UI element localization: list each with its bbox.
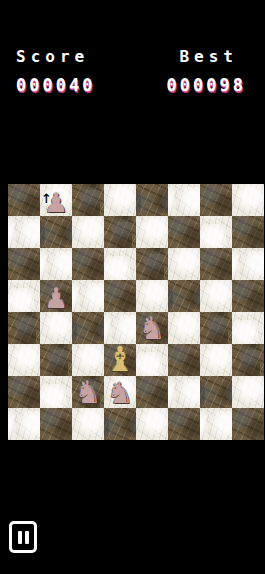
square-f3[interactable] bbox=[168, 344, 200, 376]
square-f6[interactable] bbox=[168, 248, 200, 280]
square-h1[interactable] bbox=[232, 408, 264, 440]
square-g8[interactable] bbox=[200, 184, 232, 216]
square-d5[interactable] bbox=[104, 280, 136, 312]
square-a6[interactable] bbox=[8, 248, 40, 280]
best-label: Best bbox=[179, 47, 238, 66]
square-b2[interactable] bbox=[40, 376, 72, 408]
square-h8[interactable] bbox=[232, 184, 264, 216]
square-h6[interactable] bbox=[232, 248, 264, 280]
board[interactable]: ♟♟♞♝♞♞↑ bbox=[8, 184, 264, 440]
square-e1[interactable] bbox=[136, 408, 168, 440]
square-f5[interactable] bbox=[168, 280, 200, 312]
square-e3[interactable] bbox=[136, 344, 168, 376]
pause-icon bbox=[25, 531, 29, 544]
piece-pink-knight-d2[interactable]: ♞ bbox=[104, 367, 136, 408]
square-c6[interactable] bbox=[72, 248, 104, 280]
square-b4[interactable] bbox=[40, 312, 72, 344]
piece-pink-knight-c2[interactable]: ♞ bbox=[72, 367, 104, 408]
pause-icon bbox=[18, 531, 22, 544]
square-h2[interactable] bbox=[232, 376, 264, 408]
square-g2[interactable] bbox=[200, 376, 232, 408]
square-b7[interactable] bbox=[40, 216, 72, 248]
square-f1[interactable] bbox=[168, 408, 200, 440]
square-e2[interactable] bbox=[136, 376, 168, 408]
square-g5[interactable] bbox=[200, 280, 232, 312]
square-h3[interactable] bbox=[232, 344, 264, 376]
piece-pink-knight-e4[interactable]: ♞ bbox=[136, 303, 168, 344]
square-a3[interactable] bbox=[8, 344, 40, 376]
square-c5[interactable] bbox=[72, 280, 104, 312]
square-f4[interactable] bbox=[168, 312, 200, 344]
square-g7[interactable] bbox=[200, 216, 232, 248]
square-a8[interactable] bbox=[8, 184, 40, 216]
square-f2[interactable] bbox=[168, 376, 200, 408]
square-g4[interactable] bbox=[200, 312, 232, 344]
square-e6[interactable] bbox=[136, 248, 168, 280]
square-g3[interactable] bbox=[200, 344, 232, 376]
square-g1[interactable] bbox=[200, 408, 232, 440]
square-e8[interactable] bbox=[136, 184, 168, 216]
square-c8[interactable] bbox=[72, 184, 104, 216]
square-a1[interactable] bbox=[8, 408, 40, 440]
square-d8[interactable] bbox=[104, 184, 136, 216]
square-g6[interactable] bbox=[200, 248, 232, 280]
best-value: 000098 bbox=[167, 75, 246, 95]
square-c7[interactable] bbox=[72, 216, 104, 248]
piece-pink-pawn-b5[interactable]: ♟ bbox=[40, 271, 72, 312]
square-h4[interactable] bbox=[232, 312, 264, 344]
pause-button[interactable] bbox=[9, 521, 37, 553]
score-value: 000040 bbox=[16, 75, 95, 95]
square-a2[interactable] bbox=[8, 376, 40, 408]
up-arrow-icon: ↑ bbox=[41, 192, 52, 205]
square-e7[interactable] bbox=[136, 216, 168, 248]
square-b3[interactable] bbox=[40, 344, 72, 376]
square-d6[interactable] bbox=[104, 248, 136, 280]
square-h7[interactable] bbox=[232, 216, 264, 248]
square-c4[interactable] bbox=[72, 312, 104, 344]
square-b1[interactable] bbox=[40, 408, 72, 440]
square-f8[interactable] bbox=[168, 184, 200, 216]
score-label: Score bbox=[16, 47, 89, 66]
square-c1[interactable] bbox=[72, 408, 104, 440]
square-h5[interactable] bbox=[232, 280, 264, 312]
square-a4[interactable] bbox=[8, 312, 40, 344]
square-f7[interactable] bbox=[168, 216, 200, 248]
square-a5[interactable] bbox=[8, 280, 40, 312]
square-a7[interactable] bbox=[8, 216, 40, 248]
square-d1[interactable] bbox=[104, 408, 136, 440]
square-d7[interactable] bbox=[104, 216, 136, 248]
